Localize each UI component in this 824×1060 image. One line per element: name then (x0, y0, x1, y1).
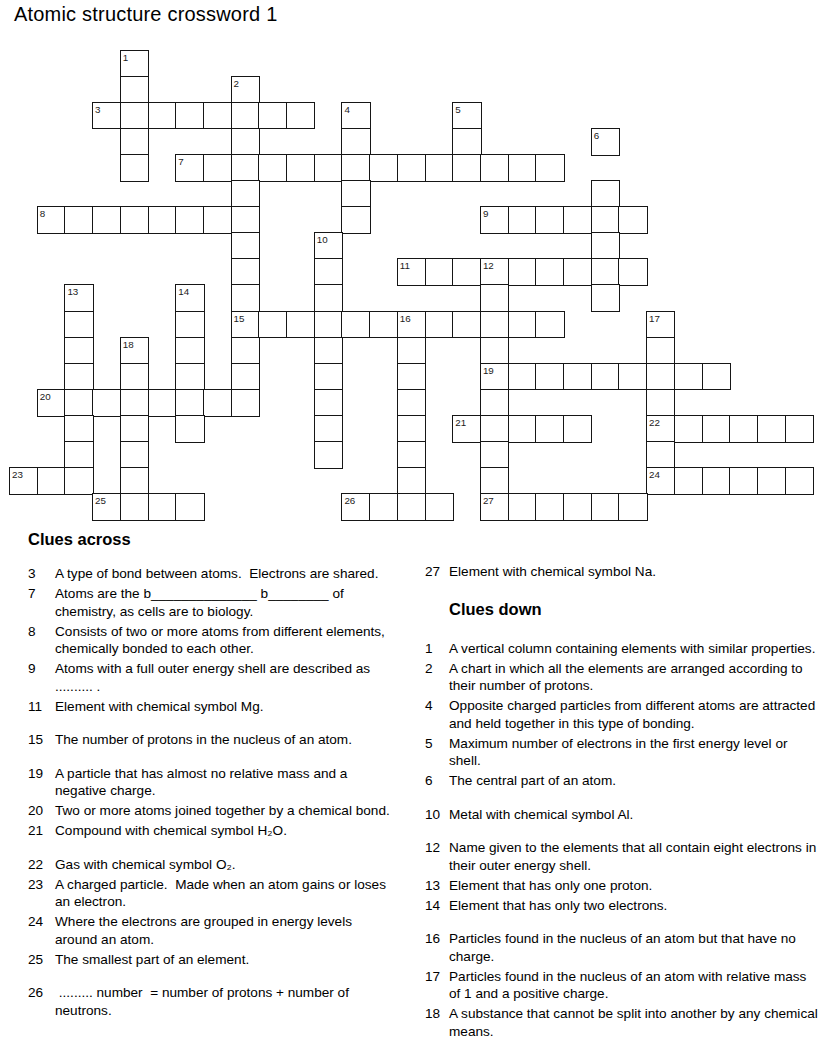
cell-r8c8[interactable] (231, 258, 260, 286)
cell-r17c21[interactable] (591, 493, 620, 521)
clue-number: 2 (425, 660, 449, 695)
cell-r8c19[interactable] (535, 258, 564, 286)
cell-r16c1[interactable] (37, 467, 66, 495)
clue-text: Element with chemical symbol Mg. (55, 698, 390, 716)
cell-r11c4[interactable]: 18 (120, 337, 149, 365)
cell-r16c28[interactable] (785, 467, 814, 495)
cell-r12c24[interactable] (674, 363, 703, 391)
cell-number-16: 16 (400, 313, 411, 324)
cell-r3c12[interactable] (341, 128, 370, 156)
clue-number: 18 (425, 1005, 449, 1040)
clue-text: The central part of an atom. (449, 772, 821, 790)
clue-across-23: 23A charged particle. Made when an atom … (28, 876, 390, 911)
clues-across-heading: Clues across (28, 530, 390, 549)
cell-number-10: 10 (317, 234, 328, 245)
cell-r8c18[interactable] (508, 258, 537, 286)
cell-r10c10[interactable] (286, 311, 315, 339)
cell-r16c27[interactable] (757, 467, 786, 495)
cell-r2c4[interactable] (120, 102, 149, 130)
clue-down-1: 1A vertical column containing elements w… (425, 640, 821, 658)
clue-across-21: 21Compound with chemical symbol H₂O. (28, 822, 390, 840)
clue-number: 6 (425, 772, 449, 790)
cell-r15c14[interactable] (397, 441, 426, 469)
clue-text: Metal with chemical symbol Al. (449, 806, 821, 824)
clue-text: Element that has only one proton. (449, 877, 821, 895)
cell-r13c1[interactable]: 20 (37, 389, 66, 417)
cell-r5c21[interactable] (591, 180, 620, 208)
clue-down-16: 16Particles found in the nucleus of an a… (425, 930, 821, 965)
cell-r4c10[interactable] (286, 154, 315, 182)
cell-r6c12[interactable] (341, 206, 370, 234)
clue-number: 20 (28, 802, 55, 820)
cell-r14c20[interactable] (563, 415, 592, 443)
cell-r14c17[interactable] (480, 415, 509, 443)
clue-number: 22 (28, 856, 55, 874)
clue-down-6: 6The central part of an atom. (425, 772, 821, 790)
cell-r4c17[interactable] (480, 154, 509, 182)
clue-text: Opposite charged particles from differen… (449, 697, 821, 732)
cell-r9c6[interactable]: 14 (175, 284, 204, 312)
cell-r6c17[interactable]: 9 (480, 206, 509, 234)
cell-r4c13[interactable] (369, 154, 398, 182)
cell-number-6: 6 (594, 130, 599, 141)
clue-number: 25 (28, 951, 55, 969)
cell-r3c16[interactable] (452, 128, 481, 156)
cell-r12c14[interactable] (397, 363, 426, 391)
cell-r6c20[interactable] (563, 206, 592, 234)
cell-r4c19[interactable] (535, 154, 564, 182)
cell-number-5: 5 (455, 104, 460, 115)
cell-number-4: 4 (344, 104, 349, 115)
cell-r6c3[interactable] (92, 206, 121, 234)
clue-text: A substance that cannot be split into an… (449, 1005, 821, 1040)
clue-across-3: 3A type of bond between atoms. Electrons… (28, 565, 390, 583)
cell-r4c15[interactable] (425, 154, 454, 182)
clue-text: Compound with chemical symbol H₂O. (55, 822, 390, 840)
cell-r4c4[interactable] (120, 154, 149, 182)
cell-r4c7[interactable] (203, 154, 232, 182)
cell-r14c2[interactable] (64, 415, 93, 443)
cell-number-21: 21 (455, 417, 466, 428)
clue-across-22: 22Gas with chemical symbol O₂. (28, 856, 390, 874)
clue-text: A type of bond between atoms. Electrons … (55, 565, 390, 583)
cell-r8c22[interactable] (618, 258, 647, 286)
cell-number-26: 26 (344, 495, 355, 506)
cell-r14c4[interactable] (120, 415, 149, 443)
cell-r10c8[interactable]: 15 (231, 311, 260, 339)
cell-r12c8[interactable] (231, 363, 260, 391)
cell-r9c2[interactable]: 13 (64, 284, 93, 312)
cell-number-7: 7 (178, 156, 183, 167)
cell-number-23: 23 (12, 469, 23, 480)
cell-r16c25[interactable] (702, 467, 731, 495)
clues-right-column: 27Element with chemical symbol Na. Clues… (425, 563, 821, 1040)
cell-r11c11[interactable] (314, 337, 343, 365)
cell-r16c2[interactable] (64, 467, 93, 495)
cell-number-19: 19 (483, 365, 494, 376)
cell-r7c21[interactable] (591, 232, 620, 260)
cell-r16c14[interactable] (397, 467, 426, 495)
cell-r15c17[interactable] (480, 441, 509, 469)
cell-r10c6[interactable] (175, 311, 204, 339)
page-title: Atomic structure crossword 1 (14, 3, 277, 26)
cell-r12c6[interactable] (175, 363, 204, 391)
cell-r15c23[interactable] (646, 441, 675, 469)
clue-text: A particle that has almost no relative m… (55, 765, 390, 800)
cell-r15c11[interactable] (314, 441, 343, 469)
clues-across-continued-list: 27Element with chemical symbol Na. (425, 563, 821, 581)
clue-text: Atoms are the b______________ b________ … (55, 585, 390, 620)
cell-r8c16[interactable] (452, 258, 481, 286)
cell-r13c2[interactable] (64, 389, 93, 417)
cell-r12c2[interactable] (64, 363, 93, 391)
cell-r13c14[interactable] (397, 389, 426, 417)
cell-r9c21[interactable] (591, 284, 620, 312)
clue-number: 5 (425, 735, 449, 770)
cell-r8c14[interactable]: 11 (397, 258, 426, 286)
cell-r12c11[interactable] (314, 363, 343, 391)
cell-r5c12[interactable] (341, 180, 370, 208)
cell-r16c24[interactable] (674, 467, 703, 495)
cell-r17c22[interactable] (618, 493, 647, 521)
cell-r6c19[interactable] (535, 206, 564, 234)
clue-text: Element that has only two electrons. (449, 897, 821, 915)
clues-down-heading: Clues down (449, 600, 821, 619)
cell-r12c23[interactable] (646, 363, 675, 391)
cell-r8c11[interactable] (314, 258, 343, 286)
clue-number: 7 (28, 585, 55, 620)
cell-r13c4[interactable] (120, 389, 149, 417)
cell-r13c7[interactable] (203, 389, 232, 417)
clue-down-13: 13Element that has only one proton. (425, 877, 821, 895)
cell-number-12: 12 (483, 260, 494, 271)
cell-number-9: 9 (483, 208, 488, 219)
clue-across-9: 9Atoms with a full outer energy shell ar… (28, 660, 390, 695)
clue-down-2: 2A chart in which all the elements are a… (425, 660, 821, 695)
cell-r17c20[interactable] (563, 493, 592, 521)
cell-r17c14[interactable] (397, 493, 426, 521)
clue-number: 8 (28, 623, 55, 658)
clue-number: 23 (28, 876, 55, 911)
cell-r4c6[interactable]: 7 (175, 154, 204, 182)
cell-r2c10[interactable] (286, 102, 315, 130)
cell-r14c28[interactable] (785, 415, 814, 443)
cell-r14c23[interactable]: 22 (646, 415, 675, 443)
clue-text: The smallest part of an element. (55, 951, 390, 969)
clue-text: A charged particle. Made when an atom ga… (55, 876, 390, 911)
cell-r14c27[interactable] (757, 415, 786, 443)
cell-r6c18[interactable] (508, 206, 537, 234)
clue-number: 24 (28, 913, 55, 948)
clue-across-7: 7Atoms are the b______________ b________… (28, 585, 390, 620)
clue-down-10: 10Metal with chemical symbol Al. (425, 806, 821, 824)
cell-r3c4[interactable] (120, 128, 149, 156)
cell-r10c19[interactable] (535, 311, 564, 339)
clues-across-list: 3A type of bond between atoms. Electrons… (28, 565, 390, 1019)
clue-text: ......... number = number of protons + n… (55, 984, 390, 1019)
clue-across-27: 27Element with chemical symbol Na. (425, 563, 821, 581)
cell-r9c11[interactable] (314, 284, 343, 312)
clue-number: 16 (425, 930, 449, 965)
clue-across-25: 25The smallest part of an element. (28, 951, 390, 969)
cell-r14c14[interactable] (397, 415, 426, 443)
cell-r17c17[interactable]: 27 (480, 493, 509, 521)
cell-r10c16[interactable] (452, 311, 481, 339)
cell-r8c20[interactable] (563, 258, 592, 286)
cell-r12c19[interactable] (535, 363, 564, 391)
cell-number-13: 13 (67, 286, 78, 297)
cell-r12c18[interactable] (508, 363, 537, 391)
cell-r16c17[interactable] (480, 467, 509, 495)
clue-number: 11 (28, 698, 55, 716)
clue-number: 12 (425, 839, 449, 874)
clue-across-8: 8Consists of two or more atoms from diff… (28, 623, 390, 658)
clue-number: 10 (425, 806, 449, 824)
clue-number: 19 (28, 765, 55, 800)
cell-r17c5[interactable] (148, 493, 177, 521)
cell-r9c8[interactable] (231, 284, 260, 312)
cell-number-1: 1 (123, 52, 128, 63)
cell-number-11: 11 (400, 260, 410, 271)
cell-r6c2[interactable] (64, 206, 93, 234)
cell-r14c11[interactable] (314, 415, 343, 443)
cell-r10c14[interactable]: 16 (397, 311, 426, 339)
cell-r2c7[interactable] (203, 102, 232, 130)
cell-r10c9[interactable] (258, 311, 287, 339)
cell-r6c1[interactable]: 8 (37, 206, 66, 234)
clue-text: Name given to the elements that all cont… (449, 839, 821, 874)
cell-r13c11[interactable] (314, 389, 343, 417)
cell-r11c2[interactable] (64, 337, 93, 365)
clues-down-list: 1A vertical column containing elements w… (425, 640, 821, 1041)
cell-number-22: 22 (649, 417, 660, 428)
clue-down-4: 4Opposite charged particles from differe… (425, 697, 821, 732)
cell-r10c12[interactable] (341, 311, 370, 339)
clue-number: 9 (28, 660, 55, 695)
cell-r2c9[interactable] (258, 102, 287, 130)
cell-r11c14[interactable] (397, 337, 426, 365)
clue-text: Where the electrons are grouped in energ… (55, 913, 390, 948)
cell-r16c4[interactable] (120, 467, 149, 495)
clue-number: 21 (28, 822, 55, 840)
cell-r11c8[interactable] (231, 337, 260, 365)
cell-r11c17[interactable] (480, 337, 509, 365)
cell-r6c8[interactable] (231, 206, 260, 234)
cell-r17c18[interactable] (508, 493, 537, 521)
cell-number-27: 27 (483, 495, 494, 506)
cell-r13c3[interactable] (92, 389, 121, 417)
cell-r14c24[interactable] (674, 415, 703, 443)
cell-number-20: 20 (40, 391, 51, 402)
clue-number: 14 (425, 897, 449, 915)
clue-down-12: 12Name given to the elements that all co… (425, 839, 821, 874)
cell-r8c15[interactable] (425, 258, 454, 286)
cell-r14c6[interactable] (175, 415, 204, 443)
cell-r10c11[interactable] (314, 311, 343, 339)
cell-r2c16[interactable]: 5 (452, 102, 481, 130)
cell-r0c4[interactable]: 1 (120, 50, 149, 78)
cell-number-18: 18 (123, 339, 134, 350)
cell-r6c22[interactable] (618, 206, 647, 234)
cell-r12c22[interactable] (618, 363, 647, 391)
cell-r4c12[interactable] (341, 154, 370, 182)
cell-r17c4[interactable] (120, 493, 149, 521)
cell-r17c6[interactable] (175, 493, 204, 521)
cell-r1c8[interactable]: 2 (231, 76, 260, 104)
clues-across-section: Clues across 3A type of bond between ato… (28, 530, 390, 1019)
clue-text: Consists of two or more atoms from diffe… (55, 623, 390, 658)
cell-r6c21[interactable] (591, 206, 620, 234)
clue-text: Element with chemical symbol Na. (449, 563, 821, 581)
clue-text: Particles found in the nucleus of an ato… (449, 930, 821, 965)
clue-down-5: 5Maximum number of electrons in the firs… (425, 735, 821, 770)
cell-r14c16[interactable]: 21 (452, 415, 481, 443)
clue-across-11: 11Element with chemical symbol Mg. (28, 698, 390, 716)
cell-r15c2[interactable] (64, 441, 93, 469)
cell-r11c23[interactable] (646, 337, 675, 365)
cell-r5c8[interactable] (231, 180, 260, 208)
cell-r10c2[interactable] (64, 311, 93, 339)
cell-r4c8[interactable] (231, 154, 260, 182)
clue-down-17: 17Particles found in the nucleus of an a… (425, 968, 821, 1003)
clue-text: Gas with chemical symbol O₂. (55, 856, 390, 874)
cell-r16c0[interactable]: 23 (9, 467, 38, 495)
clue-across-26: 26 ......... number = number of protons … (28, 984, 390, 1019)
clue-across-24: 24Where the electrons are grouped in ene… (28, 913, 390, 948)
cell-r12c21[interactable] (591, 363, 620, 391)
cell-r12c17[interactable]: 19 (480, 363, 509, 391)
cell-number-14: 14 (178, 286, 189, 297)
cell-r15c4[interactable] (120, 441, 149, 469)
cell-number-24: 24 (649, 469, 660, 480)
clue-number: 17 (425, 968, 449, 1003)
cell-r12c25[interactable] (702, 363, 731, 391)
clue-number: 1 (425, 640, 449, 658)
cell-r11c6[interactable] (175, 337, 204, 365)
cell-r17c19[interactable] (535, 493, 564, 521)
clue-text: A vertical column containing elements wi… (449, 640, 821, 658)
clue-text: Atoms with a full outer energy shell are… (55, 660, 390, 695)
cell-r4c9[interactable] (258, 154, 287, 182)
cell-r10c13[interactable] (369, 311, 398, 339)
cell-r17c13[interactable] (369, 493, 398, 521)
clue-number: 27 (425, 563, 449, 581)
clue-down-18: 18A substance that cannot be split into … (425, 1005, 821, 1040)
cell-r13c23[interactable] (646, 389, 675, 417)
cell-r10c23[interactable]: 17 (646, 311, 675, 339)
cell-r13c5[interactable] (148, 389, 177, 417)
cell-r4c14[interactable] (397, 154, 426, 182)
clue-down-14: 14Element that has only two electrons. (425, 897, 821, 915)
cell-r6c6[interactable] (175, 206, 204, 234)
cell-r10c18[interactable] (508, 311, 537, 339)
cell-r2c5[interactable] (148, 102, 177, 130)
clue-across-19: 19A particle that has almost no relative… (28, 765, 390, 800)
cell-r17c3[interactable]: 25 (92, 493, 121, 521)
cell-r12c20[interactable] (563, 363, 592, 391)
cell-r2c8[interactable] (231, 102, 260, 130)
clue-number: 15 (28, 731, 55, 749)
cell-number-17: 17 (649, 313, 660, 324)
cell-r10c15[interactable] (425, 311, 454, 339)
clue-number: 3 (28, 565, 55, 583)
clue-number: 13 (425, 877, 449, 895)
clue-number: 4 (425, 697, 449, 732)
cell-r7c11[interactable]: 10 (314, 232, 343, 260)
cell-r6c4[interactable] (120, 206, 149, 234)
cell-r2c3[interactable]: 3 (92, 102, 121, 130)
clue-text: Two or more atoms joined together by a c… (55, 802, 390, 820)
cell-r8c21[interactable] (591, 258, 620, 286)
cell-number-15: 15 (234, 313, 245, 324)
cell-r16c26[interactable] (729, 467, 758, 495)
cell-r2c6[interactable] (175, 102, 204, 130)
cell-r1c4[interactable] (120, 76, 149, 104)
cell-r9c17[interactable] (480, 284, 509, 312)
cell-r6c7[interactable] (203, 206, 232, 234)
cell-r14c19[interactable] (535, 415, 564, 443)
cell-number-2: 2 (234, 78, 239, 89)
clue-across-20: 20Two or more atoms joined together by a… (28, 802, 390, 820)
cell-r3c8[interactable] (231, 128, 260, 156)
cell-number-3: 3 (95, 104, 100, 115)
cell-r10c17[interactable] (480, 311, 509, 339)
clue-number: 26 (28, 984, 55, 1019)
cell-r7c8[interactable] (231, 232, 260, 260)
clue-text: A chart in which all the elements are ar… (449, 660, 821, 695)
cell-r2c12[interactable]: 4 (341, 102, 370, 130)
cell-r14c25[interactable] (702, 415, 731, 443)
cell-r17c15[interactable] (425, 493, 454, 521)
cell-r8c17[interactable]: 12 (480, 258, 509, 286)
clue-text: The number of protons in the nucleus of … (55, 731, 390, 749)
cell-r3c21[interactable]: 6 (591, 128, 620, 156)
cell-r4c16[interactable] (452, 154, 481, 182)
cell-r4c11[interactable] (314, 154, 343, 182)
cell-r16c23[interactable]: 24 (646, 467, 675, 495)
cell-r13c6[interactable] (175, 389, 204, 417)
cell-r4c18[interactable] (508, 154, 537, 182)
cell-r14c26[interactable] (729, 415, 758, 443)
cell-r13c8[interactable] (231, 389, 260, 417)
cell-number-8: 8 (40, 208, 45, 219)
cell-number-25: 25 (95, 495, 106, 506)
clue-text: Particles found in the nucleus of an ato… (449, 968, 821, 1003)
clue-text: Maximum number of electrons in the first… (449, 735, 821, 770)
worksheet-page: Atomic structure crossword 1 12345678910… (0, 0, 824, 1060)
cell-r17c12[interactable]: 26 (341, 493, 370, 521)
cell-r13c17[interactable] (480, 389, 509, 417)
cell-r12c4[interactable] (120, 363, 149, 391)
clue-across-15: 15The number of protons in the nucleus o… (28, 731, 390, 749)
cell-r6c5[interactable] (148, 206, 177, 234)
cell-r14c18[interactable] (508, 415, 537, 443)
